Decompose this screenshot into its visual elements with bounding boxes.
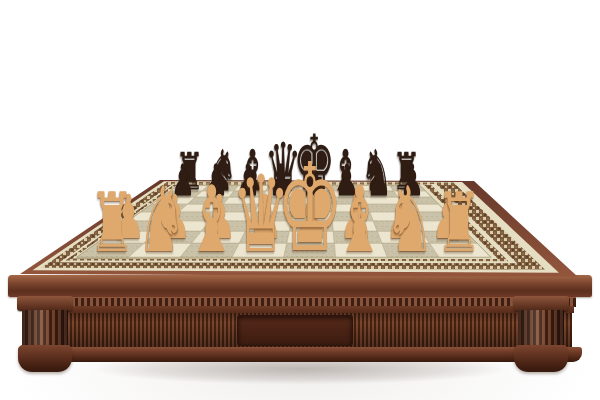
piece-black-knight-g8: ♞	[358, 142, 393, 199]
piece-black-rook-a8: ♜	[174, 146, 206, 197]
piece-white-knight-g1: ♞	[381, 175, 437, 266]
piece-white-rook-a1: ♜	[86, 182, 137, 264]
piece-white-pawn-b2: ♟	[155, 187, 193, 248]
piece-black-pawn-a7: ♟	[169, 159, 196, 203]
chess-set-photo: ♜♞♝♛♚♝♞♜♟♟♟♟♟♟♟♟♟♟♟♟♟♟♟♟♜♞♝♛♚♝♞♜	[0, 0, 600, 400]
piece-black-pawn-b7: ♟	[202, 159, 229, 203]
piece-white-knight-b1: ♞	[133, 175, 189, 266]
piece-white-pawn-a2: ♟	[109, 187, 147, 248]
piece-white-bishop-c1: ♝	[183, 175, 239, 266]
piece-black-pawn-g7: ♟	[366, 159, 393, 203]
piece-black-pawn-h7: ♟	[398, 159, 425, 203]
pieces-layer: ♜♞♝♛♚♝♞♜♟♟♟♟♟♟♟♟♟♟♟♟♟♟♟♟♜♞♝♛♚♝♞♜	[0, 0, 600, 400]
piece-white-pawn-g2: ♟	[383, 187, 421, 248]
piece-black-queen-d8: ♛	[262, 134, 303, 200]
piece-black-pawn-e7: ♟	[300, 159, 327, 203]
piece-white-queen-d1: ♛	[228, 162, 294, 268]
piece-white-pawn-f2: ♟	[338, 187, 376, 248]
piece-black-pawn-c7: ♟	[235, 159, 262, 203]
piece-white-pawn-d2: ♟	[246, 187, 284, 248]
piece-black-king-e8: ♚	[290, 125, 337, 201]
piece-black-knight-b8: ♞	[203, 142, 238, 199]
piece-white-pawn-e2: ♟	[292, 187, 330, 248]
piece-black-pawn-f7: ♟	[333, 159, 360, 203]
piece-white-bishop-f1: ♝	[332, 175, 388, 266]
piece-black-pawn-d7: ♟	[267, 159, 294, 203]
piece-white-pawn-c2: ♟	[201, 187, 239, 248]
piece-black-bishop-f8: ♝	[327, 142, 362, 199]
piece-white-rook-h1: ♜	[433, 182, 484, 264]
piece-black-bishop-c8: ♝	[234, 142, 269, 199]
piece-white-pawn-h2: ♟	[429, 187, 467, 248]
piece-white-king-e1: ♚	[272, 148, 348, 270]
piece-black-rook-h8: ♜	[391, 146, 423, 197]
